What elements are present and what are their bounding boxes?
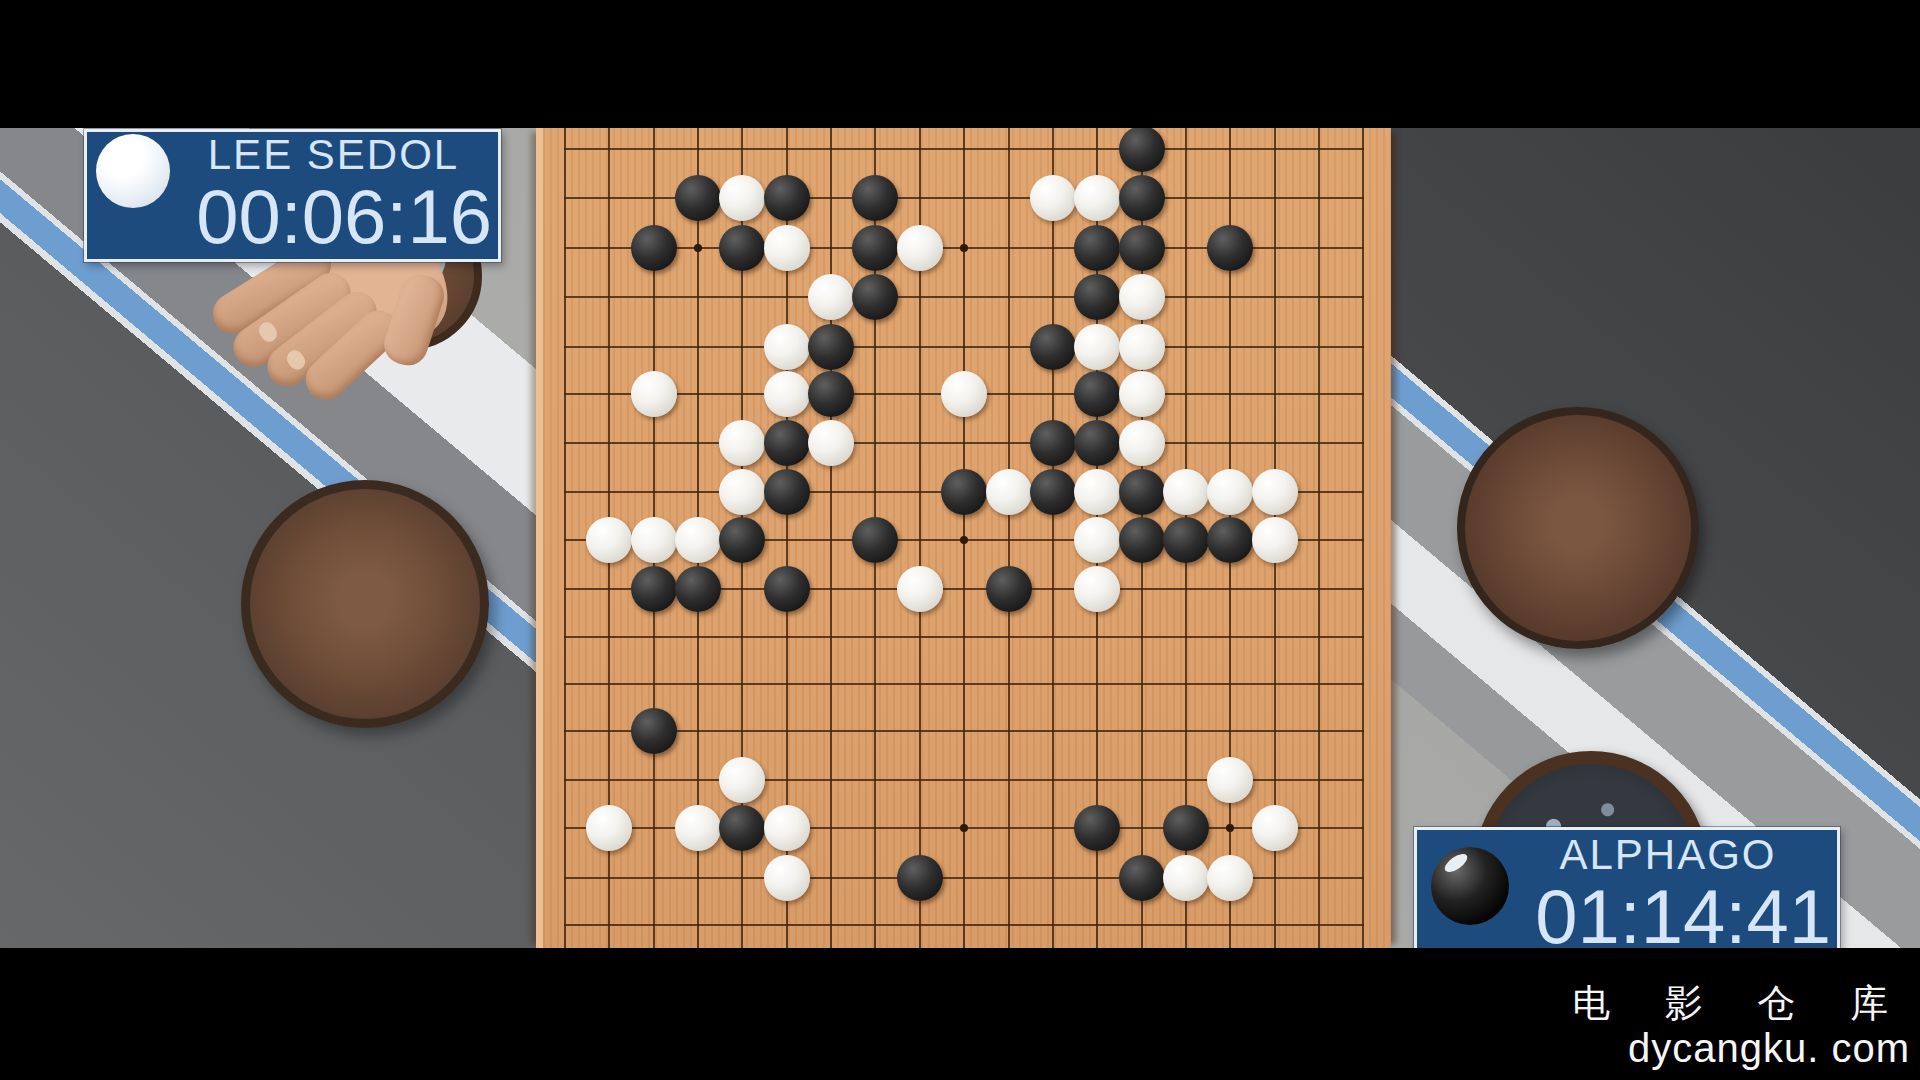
stone-white <box>675 805 721 851</box>
stone-white <box>1074 324 1120 370</box>
grid-line-horizontal <box>564 148 1364 150</box>
grid-line-vertical <box>830 128 832 948</box>
stone-white <box>764 805 810 851</box>
grid-line-horizontal <box>564 346 1364 348</box>
stone-black <box>1207 517 1253 563</box>
stone-black <box>1030 324 1076 370</box>
stone-black <box>675 566 721 612</box>
grid-line-horizontal <box>564 296 1364 298</box>
stone-black <box>808 324 854 370</box>
stone-black <box>719 805 765 851</box>
broadcast-frame: LEE SEDOL 00:06:16 ALPHAGO 01:14:41 电 影 … <box>0 0 1920 1080</box>
stone-white <box>586 517 632 563</box>
stone-white <box>1163 469 1209 515</box>
stone-white <box>808 420 854 466</box>
wooden-bowl-lid-left <box>241 480 489 728</box>
stone-white <box>1119 274 1165 320</box>
stone-black <box>852 517 898 563</box>
clock-lee-sedol: LEE SEDOL 00:06:16 <box>84 129 501 262</box>
stone-black <box>1074 274 1120 320</box>
watermark-url: dycangku. com <box>1572 1025 1910 1071</box>
grid-line-vertical <box>1318 128 1320 948</box>
stone-black <box>1207 225 1253 271</box>
stone-black <box>764 566 810 612</box>
stone-black <box>1074 225 1120 271</box>
stone-black <box>719 225 765 271</box>
stone-white <box>1163 855 1209 901</box>
stone-white <box>719 420 765 466</box>
stone-black <box>1074 420 1120 466</box>
stone-white <box>1207 855 1253 901</box>
hoshi-point <box>960 824 968 832</box>
stone-black <box>675 175 721 221</box>
grid-line-vertical <box>1362 128 1364 948</box>
stone-white <box>1119 420 1165 466</box>
stone-black <box>897 855 943 901</box>
stone-white <box>1252 805 1298 851</box>
player-name-lee: LEE SEDOL <box>175 132 492 178</box>
stone-white <box>897 225 943 271</box>
go-board <box>536 128 1391 948</box>
stone-white <box>1252 469 1298 515</box>
stone-white <box>586 805 632 851</box>
stone-white <box>631 371 677 417</box>
grid-line-vertical <box>564 128 566 948</box>
stone-black <box>764 420 810 466</box>
stone-black <box>764 469 810 515</box>
grid-line-horizontal <box>564 683 1364 685</box>
grid-line-vertical <box>1052 128 1054 948</box>
stone-black <box>631 708 677 754</box>
video-area: LEE SEDOL 00:06:16 ALPHAGO 01:14:41 <box>0 128 1920 948</box>
stone-black <box>1030 469 1076 515</box>
stone-white <box>941 371 987 417</box>
player-name-alphago: ALPHAGO <box>1505 832 1831 878</box>
stone-black <box>1074 805 1120 851</box>
hoshi-point <box>1226 824 1234 832</box>
stone-white <box>1030 175 1076 221</box>
hoshi-point <box>960 536 968 544</box>
clock-time-lee: 00:06:16 <box>175 178 492 256</box>
stone-black <box>1163 517 1209 563</box>
clock-alphago: ALPHAGO 01:14:41 <box>1414 827 1840 948</box>
stone-black <box>764 175 810 221</box>
stone-black <box>1163 805 1209 851</box>
stone-black <box>852 274 898 320</box>
white-stone-icon <box>96 134 170 208</box>
stone-black <box>941 469 987 515</box>
stone-black <box>1119 225 1165 271</box>
stone-black <box>1119 469 1165 515</box>
grid-line-horizontal <box>564 924 1364 926</box>
stone-white <box>897 566 943 612</box>
clock-time-alphago: 01:14:41 <box>1505 878 1831 948</box>
stone-white <box>764 371 810 417</box>
stone-white <box>986 469 1032 515</box>
stone-white <box>764 324 810 370</box>
stone-black <box>631 225 677 271</box>
stone-black <box>631 566 677 612</box>
stone-black <box>719 517 765 563</box>
stone-white <box>1252 517 1298 563</box>
stone-white <box>764 225 810 271</box>
stone-black <box>1119 175 1165 221</box>
stone-black <box>986 566 1032 612</box>
black-stone-icon <box>1431 847 1509 925</box>
stone-black <box>1074 371 1120 417</box>
stone-black <box>1030 420 1076 466</box>
clock-texts: LEE SEDOL 00:06:16 <box>175 132 492 259</box>
stone-white <box>675 517 721 563</box>
stone-white <box>1207 757 1253 803</box>
stone-white <box>1074 469 1120 515</box>
clock-texts: ALPHAGO 01:14:41 <box>1505 830 1831 948</box>
watermark: 电 影 仓 库 dycangku. com <box>1572 981 1910 1071</box>
wooden-bowl-lid-right <box>1457 407 1699 649</box>
stone-white <box>1074 566 1120 612</box>
stone-white <box>808 274 854 320</box>
stone-black <box>1119 128 1165 172</box>
stone-white <box>1207 469 1253 515</box>
grid-line-vertical <box>1008 128 1010 948</box>
watermark-chinese: 电 影 仓 库 <box>1572 981 1910 1025</box>
stone-white <box>1119 324 1165 370</box>
grid-line-horizontal <box>564 636 1364 638</box>
grid-line-horizontal <box>564 442 1364 444</box>
hoshi-point <box>960 244 968 252</box>
stone-black <box>852 175 898 221</box>
stone-white <box>1074 517 1120 563</box>
stone-white <box>1074 175 1120 221</box>
stone-black <box>808 371 854 417</box>
stone-black <box>1119 517 1165 563</box>
stone-white <box>719 757 765 803</box>
stone-white <box>719 469 765 515</box>
stone-black <box>852 225 898 271</box>
stone-white <box>631 517 677 563</box>
hoshi-point <box>694 244 702 252</box>
stone-white <box>1119 371 1165 417</box>
grid-line-horizontal <box>564 730 1364 732</box>
stone-black <box>1119 855 1165 901</box>
stone-white <box>764 855 810 901</box>
stone-white <box>719 175 765 221</box>
